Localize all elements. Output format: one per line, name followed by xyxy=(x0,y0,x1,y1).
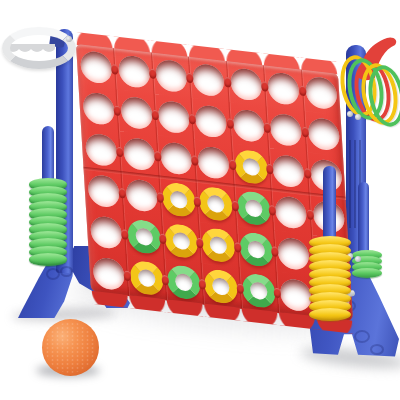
green-disc xyxy=(167,264,200,299)
empty-hole xyxy=(160,141,193,176)
right-rear-ring-pole xyxy=(358,182,369,258)
yellow-disc xyxy=(235,149,268,184)
right-foot-emboss xyxy=(354,330,370,343)
cell-r1c7 xyxy=(301,70,341,116)
empty-hole xyxy=(232,108,265,143)
empty-hole xyxy=(122,136,155,171)
cell-r1c3 xyxy=(151,53,191,99)
empty-hole xyxy=(85,132,118,167)
cell-r3c2 xyxy=(118,131,158,177)
green-stacked-ring xyxy=(29,253,67,266)
yellow-disc-ring xyxy=(129,259,164,296)
empty-hole xyxy=(90,215,123,250)
right-rear-ring-stack xyxy=(352,250,382,278)
green-disc-ring xyxy=(126,218,161,255)
cell-r3c6 xyxy=(268,148,308,194)
cell-r6c2 xyxy=(126,255,166,301)
empty-hole xyxy=(157,99,190,134)
left-foot-emboss xyxy=(60,266,73,277)
yellow-disc-ring xyxy=(201,226,236,263)
empty-hole xyxy=(267,71,300,106)
yellow-disc xyxy=(200,186,233,221)
basketball-hoop-rim xyxy=(2,27,76,69)
cell-r4c5 xyxy=(233,185,273,231)
empty-hole xyxy=(125,178,158,213)
yellow-disc-ring xyxy=(234,148,269,185)
cell-r6c1 xyxy=(89,250,129,296)
cell-r5c3 xyxy=(161,218,201,264)
empty-hole xyxy=(92,256,125,291)
screw xyxy=(347,111,353,117)
cell-r6c5 xyxy=(238,267,278,313)
cell-r4c6 xyxy=(271,189,311,235)
green-disc xyxy=(127,219,160,254)
green-disc xyxy=(242,273,275,308)
cell-r3c3 xyxy=(156,135,196,181)
empty-hole xyxy=(192,62,225,97)
yellow-disc-ring xyxy=(204,268,239,305)
green-disc-ring xyxy=(241,272,276,309)
yellow-disc xyxy=(162,182,195,217)
empty-hole xyxy=(87,173,120,208)
left-ring-stack xyxy=(29,178,67,266)
hanging-rings-group xyxy=(341,55,400,117)
cell-r2c1 xyxy=(79,85,119,131)
empty-hole xyxy=(305,75,338,110)
empty-hole xyxy=(307,116,340,151)
empty-hole xyxy=(272,153,305,188)
yellow-disc xyxy=(202,227,235,262)
empty-hole xyxy=(195,104,228,139)
empty-hole xyxy=(155,58,188,93)
empty-hole xyxy=(197,145,230,180)
cell-r4c4 xyxy=(196,181,236,227)
green-disc-ring xyxy=(236,189,271,226)
yellow-disc-ring xyxy=(164,222,199,259)
right-foot-emboss xyxy=(370,344,384,355)
cell-r2c4 xyxy=(191,98,231,144)
screw xyxy=(355,256,361,262)
cell-r4c2 xyxy=(121,172,161,218)
product-photo-stage xyxy=(0,0,400,400)
cell-r4c3 xyxy=(158,176,198,222)
empty-hole xyxy=(270,112,303,147)
cell-r5c6 xyxy=(273,230,313,276)
cell-r3c5 xyxy=(231,144,271,190)
empty-hole xyxy=(120,95,153,130)
green-disc xyxy=(240,232,273,267)
screw xyxy=(66,36,72,42)
empty-hole xyxy=(230,67,263,102)
cell-r5c4 xyxy=(198,222,238,268)
right-front-ring-stack xyxy=(309,236,351,321)
left-foot-emboss xyxy=(46,268,60,280)
cell-r1c5 xyxy=(226,61,266,107)
empty-hole xyxy=(117,54,150,89)
empty-hole xyxy=(82,91,115,126)
yellow-stacked-ring xyxy=(309,308,351,321)
empty-hole xyxy=(275,195,308,230)
cell-r2c3 xyxy=(153,94,193,140)
cell-r2c5 xyxy=(228,102,268,148)
cell-r4c1 xyxy=(84,168,124,214)
green-disc-ring xyxy=(239,231,274,268)
cell-r6c3 xyxy=(163,259,203,305)
yellow-disc-ring xyxy=(199,185,234,222)
cell-r2c2 xyxy=(116,90,156,136)
cell-r2c7 xyxy=(303,111,343,157)
cell-r6c4 xyxy=(201,263,241,309)
empty-hole xyxy=(80,49,113,84)
green-disc xyxy=(237,190,270,225)
cell-r3c4 xyxy=(193,139,233,185)
green-stacked-ring xyxy=(352,268,382,278)
empty-hole xyxy=(280,277,313,312)
cell-r1c1 xyxy=(76,44,116,90)
cell-r1c4 xyxy=(188,57,228,103)
yellow-disc xyxy=(205,269,238,304)
cell-r3c1 xyxy=(81,127,121,173)
cell-r1c6 xyxy=(263,65,303,111)
yellow-disc-ring xyxy=(161,181,196,218)
screw xyxy=(355,114,361,120)
cell-r2c6 xyxy=(266,107,306,153)
empty-hole xyxy=(277,236,310,271)
cell-r5c1 xyxy=(86,209,126,255)
toy-ball xyxy=(42,319,99,376)
yellow-disc xyxy=(130,260,163,295)
cell-r1c2 xyxy=(113,48,153,94)
yellow-disc xyxy=(165,223,198,258)
green-disc-ring xyxy=(166,263,201,300)
cell-r5c5 xyxy=(236,226,276,272)
cell-r5c2 xyxy=(123,213,163,259)
